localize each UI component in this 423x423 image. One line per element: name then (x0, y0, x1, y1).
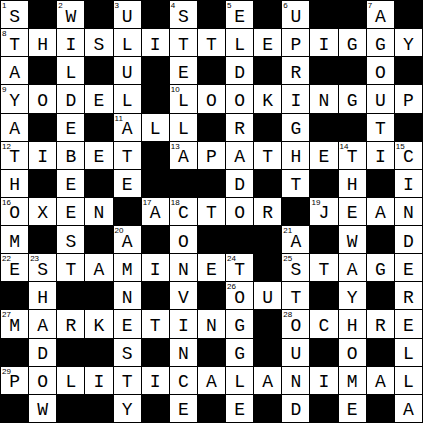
cell-r5c11[interactable]: E (310, 142, 338, 170)
cell-letter-r1c12: G (347, 36, 358, 54)
cell-r5c13[interactable]: I (367, 142, 395, 170)
cell-letter-r4c10: G (290, 120, 301, 138)
cell-r11c8[interactable]: G (226, 310, 254, 338)
cell-r8c4[interactable]: 20A (114, 226, 142, 254)
cell-r7c14[interactable]: N (395, 198, 423, 226)
cell-letter-r5c6: A (178, 148, 189, 166)
block-r0c14 (395, 1, 423, 29)
cell-letter-r5c7: P (206, 148, 217, 166)
cell-r14c12[interactable]: E (339, 395, 367, 423)
cell-r7c2[interactable]: E (57, 198, 85, 226)
block-r6c1 (29, 170, 57, 198)
cell-letter-r6c4: E (122, 176, 133, 194)
cell-r4c5[interactable]: L (142, 114, 170, 142)
cell-r7c3[interactable]: N (85, 198, 113, 226)
cell-r5c1[interactable]: I (29, 142, 57, 170)
cell-letter-r8c14: D (403, 233, 414, 251)
cell-r14c10[interactable]: D (282, 395, 310, 423)
cell-letter-r10c4: N (122, 289, 133, 307)
block-r0c3 (85, 1, 113, 29)
cell-r9c2[interactable]: T (57, 254, 85, 282)
cell-r2c0[interactable]: A (1, 57, 29, 85)
cell-r13c12[interactable]: M (339, 367, 367, 395)
cell-r9c6[interactable]: N (170, 254, 198, 282)
block-r10c3 (85, 282, 113, 310)
block-r0c9 (254, 1, 282, 29)
cell-letter-r2c4: U (122, 64, 133, 82)
cell-r5c6[interactable]: 13A (170, 142, 198, 170)
cell-r3c3[interactable]: E (85, 85, 113, 113)
cell-r5c14[interactable]: 15C (395, 142, 423, 170)
cell-r5c7[interactable]: P (198, 142, 226, 170)
cell-letter-r8c0: M (9, 233, 20, 251)
cell-r1c14[interactable]: Y (395, 29, 423, 57)
cell-letter-r3c9: K (262, 92, 273, 110)
cell-letter-r9c4: M (122, 261, 133, 279)
cell-r2c10[interactable]: R (282, 57, 310, 85)
block-r14c5 (142, 395, 170, 423)
cell-r12c4[interactable]: S (114, 339, 142, 367)
block-r5c5 (142, 142, 170, 170)
cell-r1c10[interactable]: P (282, 29, 310, 57)
cell-letter-r9c7: E (206, 261, 217, 279)
cell-r13c13[interactable]: A (367, 367, 395, 395)
cell-r6c12[interactable]: H (339, 170, 367, 198)
cell-r3c1[interactable]: O (29, 85, 57, 113)
cell-r0c13[interactable]: 7A (367, 1, 395, 29)
block-r10c0 (1, 282, 29, 310)
cell-r6c10[interactable]: T (282, 170, 310, 198)
cell-letter-r12c1: D (37, 345, 48, 363)
cell-r1c8[interactable]: L (226, 29, 254, 57)
cell-r7c6[interactable]: 18C (170, 198, 198, 226)
cell-letter-r11c0: M (9, 317, 20, 335)
block-r2c3 (85, 57, 113, 85)
block-r10c11 (310, 282, 338, 310)
cell-r1c6[interactable]: T (170, 29, 198, 57)
cell-letter-r7c14: N (403, 204, 414, 222)
cell-r14c4[interactable]: Y (114, 395, 142, 423)
cell-r11c12[interactable]: H (339, 310, 367, 338)
cell-letter-r4c8: R (234, 120, 245, 138)
block-r0c7 (198, 1, 226, 29)
cell-letter-r9c11: T (319, 261, 330, 279)
cell-letter-r1c9: E (262, 36, 273, 54)
cell-r3c12[interactable]: G (339, 85, 367, 113)
cell-r5c10[interactable]: H (282, 142, 310, 170)
clue-number-7: 7 (368, 1, 372, 10)
cell-r1c5[interactable]: I (142, 29, 170, 57)
cell-r11c6[interactable]: I (170, 310, 198, 338)
cell-letter-r5c0: T (9, 148, 20, 166)
block-r7c4 (114, 198, 142, 226)
cell-r3c14[interactable]: P (395, 85, 423, 113)
cell-letter-r8c4: A (122, 233, 133, 251)
cell-r0c8[interactable]: 5E (226, 1, 254, 29)
cell-r3c7[interactable]: O (198, 85, 226, 113)
block-r0c12 (339, 1, 367, 29)
clue-number-8: 8 (2, 29, 6, 38)
cell-r11c11[interactable]: C (310, 310, 338, 338)
cell-letter-r1c11: I (319, 36, 330, 54)
cell-r8c2[interactable]: S (57, 226, 85, 254)
cell-r11c7[interactable]: N (198, 310, 226, 338)
cell-r0c0[interactable]: 1S (1, 1, 29, 29)
cell-r13c8[interactable]: L (226, 367, 254, 395)
block-r14c2 (57, 395, 85, 423)
cell-letter-r6c0: H (9, 176, 20, 194)
cell-r3c6[interactable]: 10L (170, 85, 198, 113)
cell-letter-r2c8: D (234, 64, 245, 82)
block-r8c5 (142, 226, 170, 254)
cell-letter-r5c14: C (403, 148, 414, 166)
cell-r1c2[interactable]: I (57, 29, 85, 57)
cell-letter-r5c4: T (122, 148, 133, 166)
cell-r9c5[interactable]: I (142, 254, 170, 282)
cell-r9c13[interactable]: G (367, 254, 395, 282)
cell-r11c2[interactable]: R (57, 310, 85, 338)
cell-r10c9[interactable]: U (254, 282, 282, 310)
cell-r3c10[interactable]: I (282, 85, 310, 113)
cell-r7c11[interactable]: 19J (310, 198, 338, 226)
cell-r5c2[interactable]: B (57, 142, 85, 170)
cell-letter-r4c4: A (122, 120, 133, 138)
cell-r9c10[interactable]: 25S (282, 254, 310, 282)
block-r6c3 (85, 170, 113, 198)
cell-r13c3[interactable]: I (85, 367, 113, 395)
block-r9c9 (254, 254, 282, 282)
cell-r12c10[interactable]: U (282, 339, 310, 367)
cell-r3c2[interactable]: D (57, 85, 85, 113)
cell-r9c7[interactable]: E (198, 254, 226, 282)
cell-letter-r1c6: T (178, 36, 189, 54)
cell-r12c1[interactable]: D (29, 339, 57, 367)
cell-letter-r11c1: A (37, 317, 48, 335)
clue-number-1: 1 (2, 1, 6, 10)
block-r14c3 (85, 395, 113, 423)
cell-r10c4[interactable]: N (114, 282, 142, 310)
cell-letter-r9c2: T (65, 261, 76, 279)
cell-r14c8[interactable]: E (226, 395, 254, 423)
cell-letter-r9c8: T (234, 261, 245, 279)
cell-r1c11[interactable]: I (310, 29, 338, 57)
cell-letter-r5c1: I (37, 148, 48, 166)
cell-letter-r13c6: C (178, 373, 189, 391)
block-r14c13 (367, 395, 395, 423)
cell-letter-r14c12: E (347, 401, 358, 419)
cell-letter-r13c12: M (347, 373, 358, 391)
cell-r7c7[interactable]: T (198, 198, 226, 226)
cell-r7c9[interactable]: R (254, 198, 282, 226)
cell-letter-r7c1: X (37, 204, 48, 222)
cell-r12c12[interactable]: O (339, 339, 367, 367)
cell-r11c10[interactable]: 28O (282, 310, 310, 338)
cell-r9c4[interactable]: M (114, 254, 142, 282)
cell-letter-r2c6: E (178, 64, 189, 82)
cell-r3c4[interactable]: L (114, 85, 142, 113)
block-r4c7 (198, 114, 226, 142)
cell-r14c6[interactable]: E (170, 395, 198, 423)
cell-r7c8[interactable]: O (226, 198, 254, 226)
cell-r11c5[interactable]: T (142, 310, 170, 338)
cell-letter-r6c8: D (234, 176, 245, 194)
block-r10c13 (367, 282, 395, 310)
cell-r4c13[interactable]: T (367, 114, 395, 142)
block-r10c2 (57, 282, 85, 310)
block-r12c0 (1, 339, 29, 367)
cell-r6c2[interactable]: E (57, 170, 85, 198)
cell-r4c4[interactable]: 11A (114, 114, 142, 142)
cell-r8c6[interactable]: O (170, 226, 198, 254)
cell-letter-r0c10: U (290, 8, 301, 26)
cell-r5c4[interactable]: T (114, 142, 142, 170)
crossword-board: 1S2W3U4S5E6U7A8THISLITTLEPIGGYALUEDRO9YO… (0, 0, 423, 423)
cell-r9c1[interactable]: 23S (29, 254, 57, 282)
cell-r1c7[interactable]: T (198, 29, 226, 57)
block-r10c7 (198, 282, 226, 310)
cell-r4c8[interactable]: R (226, 114, 254, 142)
cell-r3c13[interactable]: U (367, 85, 395, 113)
cell-r5c0[interactable]: 12T (1, 142, 29, 170)
cell-letter-r12c4: S (122, 345, 133, 363)
cell-r12c8[interactable]: G (226, 339, 254, 367)
clue-number-5: 5 (227, 1, 231, 10)
cell-letter-r3c11: N (319, 92, 330, 110)
cell-r8c12[interactable]: W (339, 226, 367, 254)
cell-r6c8[interactable]: D (226, 170, 254, 198)
block-r2c5 (142, 57, 170, 85)
block-r12c3 (85, 339, 113, 367)
cell-r10c12[interactable]: Y (339, 282, 367, 310)
cell-r4c0[interactable]: A (1, 114, 29, 142)
cell-letter-r4c5: L (150, 120, 161, 138)
cell-r0c10[interactable]: 6U (282, 1, 310, 29)
cell-letter-r0c6: S (178, 8, 189, 26)
cell-r1c9[interactable]: E (254, 29, 282, 57)
cell-r13c4[interactable]: T (114, 367, 142, 395)
block-r2c7 (198, 57, 226, 85)
cell-letter-r2c13: O (375, 64, 386, 82)
cell-r1c0[interactable]: 8T (1, 29, 29, 57)
cell-letter-r3c10: I (290, 92, 301, 110)
cell-letter-r1c0: T (9, 36, 20, 54)
cell-letter-r12c8: G (234, 345, 245, 363)
cell-r3c8[interactable]: O (226, 85, 254, 113)
cell-letter-r13c7: A (206, 373, 217, 391)
cell-r6c14[interactable]: I (395, 170, 423, 198)
cell-r10c8[interactable]: 26O (226, 282, 254, 310)
cell-letter-r3c3: E (94, 92, 105, 110)
cell-r9c12[interactable]: A (339, 254, 367, 282)
cell-letter-r1c7: T (206, 36, 217, 54)
cell-letter-r2c0: A (9, 64, 20, 82)
cell-letter-r3c7: O (206, 92, 217, 110)
cell-letter-r7c2: E (65, 204, 76, 222)
cell-letter-r11c6: I (178, 317, 189, 335)
cell-r2c4[interactable]: U (114, 57, 142, 85)
block-r14c11 (310, 395, 338, 423)
cell-r9c0[interactable]: 22E (1, 254, 29, 282)
cell-r0c2[interactable]: 2W (57, 1, 85, 29)
cell-letter-r7c6: C (178, 204, 189, 222)
cell-letter-r12c14: L (403, 345, 414, 363)
cell-letter-r7c5: A (150, 204, 161, 222)
cell-letter-r0c4: U (122, 8, 133, 26)
cell-r1c4[interactable]: L (114, 29, 142, 57)
cell-r10c14[interactable]: R (395, 282, 423, 310)
cell-r5c9[interactable]: T (254, 142, 282, 170)
cell-r11c4[interactable]: E (114, 310, 142, 338)
cell-r13c6[interactable]: C (170, 367, 198, 395)
cell-r4c10[interactable]: G (282, 114, 310, 142)
cell-letter-r12c12: O (347, 345, 358, 363)
cell-letter-r14c8: E (234, 401, 245, 419)
block-r8c11 (310, 226, 338, 254)
block-r4c11 (310, 114, 338, 142)
cell-r8c10[interactable]: 21A (282, 226, 310, 254)
cell-letter-r5c2: B (65, 148, 76, 166)
cell-letter-r6c10: T (290, 176, 301, 194)
block-r14c9 (254, 395, 282, 423)
cell-r12c14[interactable]: L (395, 339, 423, 367)
cell-letter-r5c11: E (319, 148, 330, 166)
block-r4c3 (85, 114, 113, 142)
cell-letter-r5c10: H (290, 148, 301, 166)
cell-letter-r13c2: L (65, 373, 76, 391)
cell-r7c1[interactable]: X (29, 198, 57, 226)
clue-number-3: 3 (115, 1, 119, 10)
cell-letter-r14c1: W (37, 401, 48, 419)
cell-r4c2[interactable]: E (57, 114, 85, 142)
cell-r13c10[interactable]: N (282, 367, 310, 395)
cell-letter-r1c10: P (290, 36, 301, 54)
cell-letter-r14c6: E (178, 401, 189, 419)
block-r2c1 (29, 57, 57, 85)
cell-letter-r1c8: L (234, 36, 245, 54)
cell-r13c0[interactable]: 29P (1, 367, 29, 395)
cell-r11c14[interactable]: E (395, 310, 423, 338)
block-r4c1 (29, 114, 57, 142)
cell-r10c1[interactable]: H (29, 282, 57, 310)
cell-r9c8[interactable]: 24T (226, 254, 254, 282)
block-r0c1 (29, 1, 57, 29)
cell-r13c9[interactable]: A (254, 367, 282, 395)
block-r3c5 (142, 85, 170, 113)
cell-r13c2[interactable]: L (57, 367, 85, 395)
cell-r2c8[interactable]: D (226, 57, 254, 85)
cell-letter-r0c13: A (375, 8, 386, 26)
cell-r8c0[interactable]: M (1, 226, 29, 254)
cell-r11c13[interactable]: R (367, 310, 395, 338)
block-r11c9 (254, 310, 282, 338)
cell-letter-r14c14: A (403, 401, 414, 419)
cell-r2c6[interactable]: E (170, 57, 198, 85)
cell-r4c6[interactable]: L (170, 114, 198, 142)
cell-r5c8[interactable]: A (226, 142, 254, 170)
cell-r1c3[interactable]: S (85, 29, 113, 57)
cell-letter-r3c12: G (347, 92, 358, 110)
cell-r11c3[interactable]: K (85, 310, 113, 338)
cell-r8c14[interactable]: D (395, 226, 423, 254)
cell-letter-r10c9: U (262, 289, 273, 307)
cell-r9c11[interactable]: T (310, 254, 338, 282)
cell-r9c3[interactable]: A (85, 254, 113, 282)
block-r8c1 (29, 226, 57, 254)
cell-letter-r14c10: D (290, 401, 301, 419)
cell-r5c3[interactable]: E (85, 142, 113, 170)
cell-r13c1[interactable]: O (29, 367, 57, 395)
cell-letter-r1c3: S (94, 36, 105, 54)
cell-r0c6[interactable]: 4S (170, 1, 198, 29)
cell-r7c0[interactable]: 16O (1, 198, 29, 226)
cell-r2c2[interactable]: L (57, 57, 85, 85)
cell-r5c12[interactable]: 14T (339, 142, 367, 170)
cell-letter-r9c14: E (403, 261, 414, 279)
block-r6c6 (170, 170, 198, 198)
cell-r12c6[interactable]: N (170, 339, 198, 367)
block-r14c7 (198, 395, 226, 423)
cell-r3c0[interactable]: 9Y (1, 85, 29, 113)
cell-r13c14[interactable]: L (395, 367, 423, 395)
block-r4c12 (339, 114, 367, 142)
cell-r13c5[interactable]: I (142, 367, 170, 395)
cell-r13c7[interactable]: A (198, 367, 226, 395)
cell-letter-r10c14: R (403, 289, 414, 307)
cell-r14c14[interactable]: A (395, 395, 423, 423)
cell-r3c11[interactable]: N (310, 85, 338, 113)
cell-r2c13[interactable]: O (367, 57, 395, 85)
cell-letter-r3c2: D (65, 92, 76, 110)
cell-letter-r13c5: I (150, 373, 161, 391)
cell-r6c4[interactable]: E (114, 170, 142, 198)
cell-letter-r3c14: P (403, 92, 414, 110)
cell-r1c13[interactable]: G (367, 29, 395, 57)
cell-letter-r4c0: A (9, 120, 20, 138)
cell-r9c14[interactable]: E (395, 254, 423, 282)
cell-r10c6[interactable]: V (170, 282, 198, 310)
cell-letter-r8c6: O (178, 233, 189, 251)
cell-letter-r8c10: A (290, 233, 301, 251)
cell-letter-r9c6: N (178, 261, 189, 279)
cell-r7c5[interactable]: 17A (142, 198, 170, 226)
cell-r11c1[interactable]: A (29, 310, 57, 338)
cell-r14c1[interactable]: W (29, 395, 57, 423)
cell-letter-r3c6: L (178, 92, 189, 110)
cell-r3c9[interactable]: K (254, 85, 282, 113)
cell-r11c0[interactable]: 27M (1, 310, 29, 338)
block-r4c14 (395, 114, 423, 142)
cell-r1c12[interactable]: G (339, 29, 367, 57)
cell-letter-r7c8: O (234, 204, 245, 222)
block-r6c7 (198, 170, 226, 198)
cell-r0c4[interactable]: 3U (114, 1, 142, 29)
block-r14c0 (1, 395, 29, 423)
cell-letter-r9c3: A (94, 261, 105, 279)
cell-r6c0[interactable]: H (1, 170, 29, 198)
cell-letter-r10c6: V (178, 289, 189, 307)
cell-letter-r7c12: E (347, 204, 358, 222)
cell-letter-r9c12: A (347, 261, 358, 279)
cell-letter-r3c8: O (234, 92, 245, 110)
cell-r10c10[interactable]: T (282, 282, 310, 310)
block-r6c13 (367, 170, 395, 198)
cell-r13c11[interactable]: I (310, 367, 338, 395)
cell-letter-r1c5: I (150, 36, 161, 54)
cell-r7c13[interactable]: A (367, 198, 395, 226)
cell-r1c1[interactable]: H (29, 29, 57, 57)
block-r6c9 (254, 170, 282, 198)
cell-r7c12[interactable]: E (339, 198, 367, 226)
